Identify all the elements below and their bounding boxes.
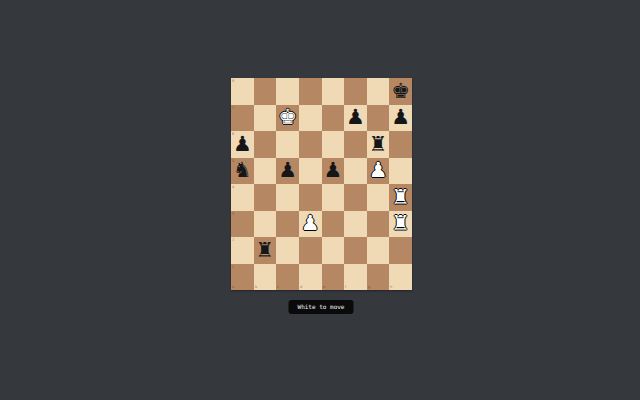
square-c4[interactable]: [276, 184, 299, 211]
square-d2[interactable]: [299, 237, 322, 264]
square-d8[interactable]: [299, 78, 322, 105]
piece-white-pawn: ♟: [369, 160, 388, 181]
square-c6[interactable]: [276, 131, 299, 158]
square-a8[interactable]: 8: [231, 78, 254, 105]
square-e1[interactable]: e: [322, 264, 345, 291]
square-e4[interactable]: [322, 184, 345, 211]
square-h4[interactable]: ♜: [389, 184, 412, 211]
square-e3[interactable]: [322, 211, 345, 238]
square-e7[interactable]: [322, 105, 345, 132]
square-d3[interactable]: ♟: [299, 211, 322, 238]
square-h3[interactable]: ♜: [389, 211, 412, 238]
square-g6[interactable]: ♜: [367, 131, 390, 158]
square-b1[interactable]: b: [254, 264, 277, 291]
rank-label-5: 5: [232, 159, 234, 163]
square-b4[interactable]: [254, 184, 277, 211]
square-a3[interactable]: 3: [231, 211, 254, 238]
turn-indicator: White to move: [289, 300, 354, 314]
file-label-b: b: [255, 285, 257, 289]
square-f1[interactable]: f: [344, 264, 367, 291]
square-c7[interactable]: ♚: [276, 105, 299, 132]
square-g7[interactable]: [367, 105, 390, 132]
square-f5[interactable]: [344, 158, 367, 185]
square-d6[interactable]: [299, 131, 322, 158]
square-e8[interactable]: [322, 78, 345, 105]
piece-black-pawn: ♟: [391, 107, 410, 128]
piece-white-rook: ♜: [391, 187, 410, 208]
square-b2[interactable]: ♜: [254, 237, 277, 264]
file-label-d: d: [300, 285, 302, 289]
square-b6[interactable]: [254, 131, 277, 158]
square-d5[interactable]: [299, 158, 322, 185]
square-c3[interactable]: [276, 211, 299, 238]
piece-black-king: ♚: [391, 81, 410, 102]
square-h6[interactable]: [389, 131, 412, 158]
square-f6[interactable]: [344, 131, 367, 158]
file-label-g: g: [368, 285, 370, 289]
piece-white-pawn: ♟: [301, 213, 320, 234]
piece-white-king: ♚: [278, 107, 297, 128]
square-h5[interactable]: [389, 158, 412, 185]
file-label-h: h: [390, 285, 392, 289]
chess-board: 8♚7♚♟♟6♟♜5♞♟♟♟4♜3♟♜2♜1abcdefgh: [231, 78, 412, 290]
rank-label-4: 4: [232, 185, 234, 189]
square-a5[interactable]: 5♞: [231, 158, 254, 185]
piece-black-rook: ♜: [256, 240, 275, 261]
square-h2[interactable]: [389, 237, 412, 264]
square-c8[interactable]: [276, 78, 299, 105]
square-h8[interactable]: ♚: [389, 78, 412, 105]
square-c1[interactable]: c: [276, 264, 299, 291]
square-g1[interactable]: g: [367, 264, 390, 291]
square-g8[interactable]: [367, 78, 390, 105]
square-f3[interactable]: [344, 211, 367, 238]
square-g4[interactable]: [367, 184, 390, 211]
file-label-a: a: [232, 285, 234, 289]
rank-label-6: 6: [232, 132, 234, 136]
piece-black-knight: ♞: [233, 160, 252, 181]
piece-black-pawn: ♟: [233, 134, 252, 155]
square-f7[interactable]: ♟: [344, 105, 367, 132]
square-h1[interactable]: h: [389, 264, 412, 291]
square-h7[interactable]: ♟: [389, 105, 412, 132]
square-a4[interactable]: 4: [231, 184, 254, 211]
square-c2[interactable]: [276, 237, 299, 264]
square-e6[interactable]: [322, 131, 345, 158]
square-a6[interactable]: 6♟: [231, 131, 254, 158]
piece-black-rook: ♜: [369, 134, 388, 155]
square-d7[interactable]: [299, 105, 322, 132]
square-b3[interactable]: [254, 211, 277, 238]
square-a7[interactable]: 7: [231, 105, 254, 132]
square-d4[interactable]: [299, 184, 322, 211]
square-f8[interactable]: [344, 78, 367, 105]
rank-label-3: 3: [232, 212, 234, 216]
piece-white-rook: ♜: [391, 213, 410, 234]
square-g3[interactable]: [367, 211, 390, 238]
rank-label-2: 2: [232, 238, 234, 242]
rank-label-7: 7: [232, 106, 234, 110]
square-b8[interactable]: [254, 78, 277, 105]
square-b7[interactable]: [254, 105, 277, 132]
file-label-e: e: [323, 285, 325, 289]
rank-label-8: 8: [232, 79, 234, 83]
square-f4[interactable]: [344, 184, 367, 211]
piece-black-pawn: ♟: [323, 160, 342, 181]
square-e2[interactable]: [322, 237, 345, 264]
piece-black-pawn: ♟: [278, 160, 297, 181]
square-e5[interactable]: ♟: [322, 158, 345, 185]
rank-label-1: 1: [232, 265, 234, 269]
square-c5[interactable]: ♟: [276, 158, 299, 185]
square-a2[interactable]: 2: [231, 237, 254, 264]
square-a1[interactable]: 1a: [231, 264, 254, 291]
square-f2[interactable]: [344, 237, 367, 264]
file-label-f: f: [345, 285, 346, 289]
square-g2[interactable]: [367, 237, 390, 264]
square-b5[interactable]: [254, 158, 277, 185]
piece-black-pawn: ♟: [346, 107, 365, 128]
square-g5[interactable]: ♟: [367, 158, 390, 185]
file-label-c: c: [277, 285, 279, 289]
square-d1[interactable]: d: [299, 264, 322, 291]
